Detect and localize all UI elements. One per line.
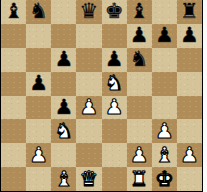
square-e2[interactable] [102,143,127,167]
piece-white-pawn: ♟ [155,120,174,143]
square-f8[interactable]: ♝ [127,0,152,24]
square-a8[interactable]: ♝ [1,0,26,24]
square-e1[interactable] [102,167,127,191]
piece-white-knight: ♞ [105,72,124,95]
piece-white-pawn: ♟ [80,96,99,119]
square-c8[interactable] [51,0,76,24]
piece-white-pawn: ♟ [105,96,124,119]
square-d5[interactable] [76,72,101,96]
square-e6[interactable]: ♟ [102,48,127,72]
square-g3[interactable]: ♟ [152,119,177,143]
square-f4[interactable] [127,96,152,120]
piece-white-queen: ♛ [80,168,99,191]
piece-black-pawn: ♟ [155,24,174,47]
square-b1[interactable] [26,167,51,191]
square-g7[interactable]: ♟ [152,24,177,48]
square-b8[interactable]: ♞ [26,0,51,24]
piece-black-rook: ♜ [180,0,199,23]
square-a2[interactable] [1,143,26,167]
square-f1[interactable]: ♜ [127,167,152,191]
square-a1[interactable] [1,167,26,191]
piece-black-king: ♚ [105,0,124,23]
square-d2[interactable] [76,143,101,167]
square-c2[interactable] [51,143,76,167]
square-h1[interactable] [177,167,202,191]
square-d4[interactable]: ♟ [76,96,101,120]
square-b3[interactable] [26,119,51,143]
square-b4[interactable] [26,96,51,120]
square-c3[interactable]: ♞ [51,119,76,143]
piece-white-king: ♚ [155,168,174,191]
piece-black-pawn: ♟ [130,24,149,47]
piece-black-pawn: ♟ [54,96,73,119]
piece-white-pawn: ♟ [180,144,199,167]
square-c6[interactable]: ♟ [51,48,76,72]
piece-black-pawn: ♟ [105,48,124,71]
piece-white-rook: ♜ [130,168,149,191]
square-e8[interactable]: ♚ [102,0,127,24]
piece-black-bishop: ♝ [4,0,23,23]
chess-board: ♝♞♛♚♝♜♟♟♟♟♟♞♟♞♟♟♟♞♟♟♟♝♟♝♛♜♚ [0,0,203,192]
piece-white-bishop: ♝ [155,144,174,167]
square-c1[interactable]: ♝ [51,167,76,191]
square-b7[interactable] [26,24,51,48]
square-f6[interactable]: ♞ [127,48,152,72]
square-h5[interactable] [177,72,202,96]
square-g6[interactable] [152,48,177,72]
square-f5[interactable] [127,72,152,96]
square-e7[interactable] [102,24,127,48]
square-b5[interactable]: ♟ [26,72,51,96]
square-b2[interactable]: ♟ [26,143,51,167]
piece-white-knight: ♞ [54,120,73,143]
square-d8[interactable]: ♛ [76,0,101,24]
square-a5[interactable] [1,72,26,96]
piece-black-knight: ♞ [130,48,149,71]
square-b6[interactable] [26,48,51,72]
square-d3[interactable] [76,119,101,143]
square-h8[interactable]: ♜ [177,0,202,24]
square-c4[interactable]: ♟ [51,96,76,120]
square-e5[interactable]: ♞ [102,72,127,96]
square-f3[interactable] [127,119,152,143]
square-c5[interactable] [51,72,76,96]
square-a7[interactable] [1,24,26,48]
piece-black-knight: ♞ [29,0,48,23]
square-h2[interactable]: ♟ [177,143,202,167]
square-g5[interactable] [152,72,177,96]
square-h4[interactable] [177,96,202,120]
piece-black-pawn: ♟ [54,48,73,71]
square-d6[interactable] [76,48,101,72]
square-a3[interactable] [1,119,26,143]
square-g8[interactable] [152,0,177,24]
square-d1[interactable]: ♛ [76,167,101,191]
square-f7[interactable]: ♟ [127,24,152,48]
square-g1[interactable]: ♚ [152,167,177,191]
square-h3[interactable] [177,119,202,143]
square-e3[interactable] [102,119,127,143]
piece-black-queen: ♛ [80,0,99,23]
square-d7[interactable] [76,24,101,48]
square-h7[interactable]: ♟ [177,24,202,48]
square-h6[interactable] [177,48,202,72]
square-a4[interactable] [1,96,26,120]
square-g2[interactable]: ♝ [152,143,177,167]
square-g4[interactable] [152,96,177,120]
piece-white-pawn: ♟ [130,144,149,167]
piece-white-pawn: ♟ [29,144,48,167]
piece-black-pawn: ♟ [180,24,199,47]
square-c7[interactable] [51,24,76,48]
square-f2[interactable]: ♟ [127,143,152,167]
piece-black-bishop: ♝ [130,0,149,23]
piece-black-pawn: ♟ [29,72,48,95]
piece-white-bishop: ♝ [54,168,73,191]
square-e4[interactable]: ♟ [102,96,127,120]
square-a6[interactable] [1,48,26,72]
